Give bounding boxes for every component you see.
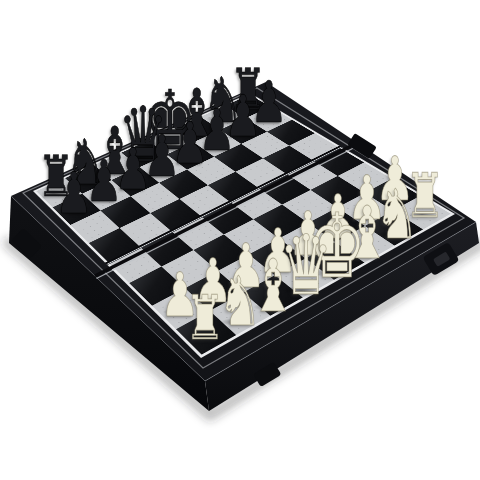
chess-set-photo: ♜♞♝♛♚♝♞♜♟♟♟♟♟♟♟♟♟♟♟♟♟♟♟♟♜♞♝♛♚♝♞♜	[0, 0, 480, 480]
pieces-layer: ♜♞♝♛♚♝♞♜♟♟♟♟♟♟♟♟♟♟♟♟♟♟♟♟♜♞♝♛♚♝♞♜	[0, 0, 480, 480]
black-pawn-a7[interactable]: ♟	[55, 165, 92, 222]
white-rook-a1[interactable]: ♜	[185, 288, 225, 350]
